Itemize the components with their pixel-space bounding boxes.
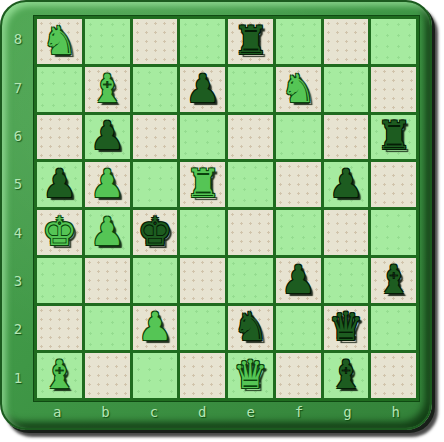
file-label-a: a [33,398,81,426]
square-a3[interactable] [37,258,82,303]
piece-black-bishop[interactable]: ♝ [376,260,411,299]
piece-white-bishop[interactable]: ♝ [90,69,125,108]
square-f6[interactable] [276,115,321,160]
piece-white-king[interactable]: ♚ [42,212,77,251]
piece-white-pawn[interactable]: ♟ [90,164,125,203]
square-g1[interactable]: ♝ [324,353,369,398]
piece-white-knight[interactable]: ♞ [42,21,77,60]
square-f1[interactable] [276,353,321,398]
square-a4[interactable]: ♚ [37,210,82,255]
rank-label-5: 5 [4,160,32,208]
file-labels: abcdefgh [33,398,420,426]
piece-white-pawn[interactable]: ♟ [137,307,172,346]
square-f7[interactable]: ♞ [276,67,321,112]
square-d7[interactable]: ♟ [180,67,225,112]
square-h4[interactable] [371,210,416,255]
piece-black-pawn[interactable]: ♟ [90,116,125,155]
square-b5[interactable]: ♟ [85,162,130,207]
square-a7[interactable] [37,67,82,112]
square-a2[interactable] [37,306,82,351]
piece-white-pawn[interactable]: ♟ [90,212,125,251]
piece-black-king[interactable]: ♚ [137,212,172,251]
square-h8[interactable] [371,19,416,64]
square-a5[interactable]: ♟ [37,162,82,207]
piece-white-knight[interactable]: ♞ [281,69,316,108]
rank-label-3: 3 [4,257,32,305]
square-d4[interactable] [180,210,225,255]
square-e3[interactable] [228,258,273,303]
square-b3[interactable] [85,258,130,303]
square-c4[interactable]: ♚ [133,210,178,255]
piece-white-bishop[interactable]: ♝ [42,355,77,394]
square-a8[interactable]: ♞ [37,19,82,64]
square-h1[interactable] [371,353,416,398]
square-c3[interactable] [133,258,178,303]
piece-white-queen[interactable]: ♛ [233,355,268,394]
chess-board[interactable]: ♞♜♝♟♞♟♜♟♟♜♟♚♟♚♟♝♟♞♛♝♛♝ [33,15,420,402]
square-g3[interactable] [324,258,369,303]
square-h3[interactable]: ♝ [371,258,416,303]
square-f5[interactable] [276,162,321,207]
piece-black-pawn[interactable]: ♟ [281,260,316,299]
file-label-f: f [275,398,323,426]
square-g6[interactable] [324,115,369,160]
square-c6[interactable] [133,115,178,160]
piece-black-pawn[interactable]: ♟ [42,164,77,203]
square-h7[interactable] [371,67,416,112]
square-f2[interactable] [276,306,321,351]
square-b4[interactable]: ♟ [85,210,130,255]
rank-labels: 87654321 [4,15,32,402]
rank-label-7: 7 [4,63,32,111]
rank-label-1: 1 [4,354,32,402]
square-e6[interactable] [228,115,273,160]
square-e1[interactable]: ♛ [228,353,273,398]
piece-black-queen[interactable]: ♛ [328,307,363,346]
square-c7[interactable] [133,67,178,112]
file-label-c: c [130,398,178,426]
piece-black-rook[interactable]: ♜ [376,116,411,155]
square-c2[interactable]: ♟ [133,306,178,351]
square-f8[interactable] [276,19,321,64]
square-e4[interactable] [228,210,273,255]
square-d5[interactable]: ♜ [180,162,225,207]
chess-app: 87654321 ♞♜♝♟♞♟♜♟♟♜♟♚♟♚♟♝♟♞♛♝♛♝ abcdefgh [0,0,444,442]
square-e7[interactable] [228,67,273,112]
rank-label-2: 2 [4,305,32,353]
square-c5[interactable] [133,162,178,207]
rank-label-4: 4 [4,209,32,257]
piece-black-pawn[interactable]: ♟ [328,164,363,203]
square-h6[interactable]: ♜ [371,115,416,160]
square-d1[interactable] [180,353,225,398]
file-label-g: g [323,398,371,426]
square-c1[interactable] [133,353,178,398]
square-g8[interactable] [324,19,369,64]
square-b6[interactable]: ♟ [85,115,130,160]
square-h5[interactable] [371,162,416,207]
square-g5[interactable]: ♟ [324,162,369,207]
piece-black-rook[interactable]: ♜ [233,21,268,60]
square-d2[interactable] [180,306,225,351]
rank-label-6: 6 [4,112,32,160]
square-c8[interactable] [133,19,178,64]
piece-black-knight[interactable]: ♞ [233,307,268,346]
square-d3[interactable] [180,258,225,303]
piece-black-pawn[interactable]: ♟ [185,69,220,108]
file-label-e: e [227,398,275,426]
square-g4[interactable] [324,210,369,255]
square-e2[interactable]: ♞ [228,306,273,351]
square-e5[interactable] [228,162,273,207]
file-label-b: b [81,398,129,426]
square-b7[interactable]: ♝ [85,67,130,112]
square-b2[interactable] [85,306,130,351]
square-d8[interactable] [180,19,225,64]
file-label-h: h [372,398,420,426]
square-b1[interactable] [85,353,130,398]
file-label-d: d [178,398,226,426]
square-f3[interactable]: ♟ [276,258,321,303]
square-g2[interactable]: ♛ [324,306,369,351]
square-e8[interactable]: ♜ [228,19,273,64]
square-h2[interactable] [371,306,416,351]
piece-white-rook[interactable]: ♜ [185,164,220,203]
square-d6[interactable] [180,115,225,160]
square-a6[interactable] [37,115,82,160]
square-g7[interactable] [324,67,369,112]
square-f4[interactable] [276,210,321,255]
square-b8[interactable] [85,19,130,64]
piece-black-bishop[interactable]: ♝ [328,355,363,394]
rank-label-8: 8 [4,15,32,63]
square-a1[interactable]: ♝ [37,353,82,398]
